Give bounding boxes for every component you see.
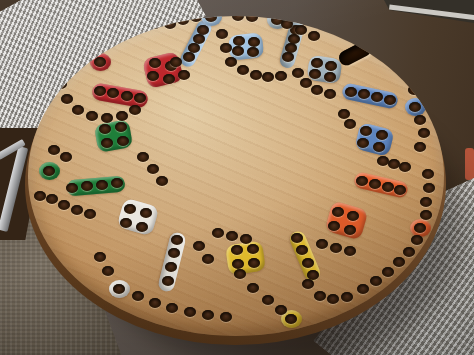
track-hole	[147, 164, 159, 174]
track-hole	[237, 65, 249, 75]
white-base-hole	[136, 222, 148, 232]
track-hole	[72, 105, 84, 115]
track-hole	[94, 252, 106, 262]
red-home-hole	[134, 93, 146, 103]
track-hole	[246, 16, 258, 22]
orange-base-hole	[344, 225, 356, 235]
track-hole	[48, 145, 60, 155]
yellow-home-hole	[296, 245, 308, 255]
track-hole	[281, 19, 293, 29]
green-home-hole	[66, 183, 78, 193]
blue-home-hole	[345, 87, 357, 97]
yellow-base-square	[225, 241, 266, 276]
sky-base-hole	[233, 36, 245, 46]
orange-home-hole	[356, 176, 368, 186]
white-base-hole	[124, 204, 136, 214]
track-hole	[292, 68, 304, 78]
track-hole	[370, 276, 382, 286]
track-hole	[338, 109, 350, 119]
red-object-sliver	[465, 148, 474, 180]
track-hole	[418, 128, 430, 138]
track-hole	[102, 266, 114, 276]
sky-base-square	[228, 32, 264, 60]
track-hole	[314, 291, 326, 301]
track-hole	[129, 105, 141, 115]
track-hole	[327, 294, 339, 304]
slate-home-hole	[282, 52, 294, 62]
yellow-home-hole	[302, 258, 314, 268]
white-home-hole	[171, 235, 183, 245]
blue-start-hole	[409, 102, 421, 112]
white-base-hole	[140, 208, 152, 218]
white-start-hole	[113, 284, 125, 294]
track-hole	[262, 72, 274, 82]
white-base-hole	[120, 218, 132, 228]
green-base-hole	[101, 138, 113, 148]
track-hole	[300, 78, 312, 88]
track-hole	[420, 210, 432, 220]
yellow-base-hole	[247, 244, 259, 254]
track-hole	[396, 59, 408, 69]
slate-base-hole	[324, 72, 336, 82]
track-hole	[202, 310, 214, 320]
red-base-hole	[149, 58, 161, 68]
yellow-base-hole	[248, 258, 260, 268]
track-hole	[275, 305, 287, 315]
track-hole	[60, 152, 72, 162]
track-hole	[344, 119, 356, 129]
blue-base-hole	[360, 126, 372, 136]
track-hole	[414, 142, 426, 152]
track-hole	[387, 47, 399, 57]
track-hole	[403, 247, 415, 257]
track-hole	[225, 57, 237, 67]
track-hole	[116, 111, 128, 121]
track-hole	[84, 209, 96, 219]
track-hole	[178, 70, 190, 80]
orange-home-hole	[394, 185, 406, 195]
sky-base-hole	[248, 37, 260, 47]
track-hole	[220, 312, 232, 322]
red-home-hole	[94, 86, 106, 96]
blue-base-hole	[373, 142, 385, 152]
green-base-hole	[115, 122, 127, 132]
track-hole	[316, 239, 328, 249]
orange-base-hole	[332, 207, 344, 217]
blue-base-hole	[357, 138, 369, 148]
track-hole	[101, 113, 113, 123]
track-hole	[308, 31, 320, 41]
track-hole	[34, 191, 46, 201]
yellow-base-hole	[231, 245, 243, 255]
track-hole	[232, 16, 244, 21]
track-hole	[250, 70, 262, 80]
green-base-hole	[99, 124, 111, 134]
track-hole	[373, 39, 385, 49]
track-hole	[216, 29, 228, 39]
orange-home-hole	[382, 182, 394, 192]
orange-home-hole	[369, 179, 381, 189]
white-home-hole	[162, 276, 174, 286]
blue-home-hole	[371, 92, 383, 102]
track-hole	[403, 72, 415, 82]
red-home-hole	[121, 91, 133, 101]
track-hole	[234, 269, 246, 279]
track-hole	[170, 57, 182, 67]
orange-start-hole	[414, 223, 426, 233]
yellow-home-hole	[291, 233, 303, 243]
track-hole	[411, 235, 423, 245]
orange-base-hole	[347, 211, 359, 221]
track-hole	[61, 94, 73, 104]
track-hole	[393, 257, 405, 267]
track-hole	[324, 89, 336, 99]
track-hole	[341, 292, 353, 302]
track-hole	[408, 85, 420, 95]
track-hole	[86, 111, 98, 121]
red-base-hole	[147, 71, 159, 81]
track-hole	[132, 291, 144, 301]
green-home-hole	[81, 181, 93, 191]
red-home-hole	[107, 88, 119, 98]
track-hole	[302, 279, 314, 289]
track-hole	[156, 176, 168, 186]
track-hole	[58, 200, 70, 210]
track-hole	[330, 243, 342, 253]
blue-base-hole	[376, 130, 388, 140]
green-home-hole	[111, 178, 123, 188]
green-base-square	[93, 119, 132, 153]
track-hole	[220, 43, 232, 53]
slate-base-hole	[325, 61, 337, 71]
track-hole	[46, 194, 58, 204]
track-hole	[414, 115, 426, 125]
sky-base-hole	[232, 46, 244, 56]
track-hole	[149, 298, 161, 308]
sky-home-hole	[183, 52, 195, 62]
track-hole	[184, 307, 196, 317]
track-hole	[193, 241, 205, 251]
track-hole	[399, 162, 411, 172]
track-hole	[295, 25, 307, 35]
slate-base-hole	[309, 69, 321, 79]
track-hole	[137, 152, 149, 162]
blue-home-hole	[358, 89, 370, 99]
yellow-base-hole	[232, 259, 244, 269]
white-home-hole	[165, 262, 177, 272]
track-hole	[423, 183, 435, 193]
track-hole	[422, 169, 434, 179]
orange-base-hole	[328, 221, 340, 231]
track-hole	[166, 303, 178, 313]
track-hole	[71, 205, 83, 215]
track-hole	[247, 283, 259, 293]
slate-base-hole	[311, 58, 323, 68]
track-hole	[212, 228, 224, 238]
track-hole	[344, 246, 356, 256]
handle-slot	[336, 39, 373, 68]
red-base-hole	[163, 74, 175, 84]
track-hole	[202, 254, 214, 264]
blue-home-hole	[384, 95, 396, 105]
green-start-hole	[43, 166, 55, 176]
white-home-hole	[168, 248, 180, 258]
track-hole	[240, 234, 252, 244]
track-hole	[275, 71, 287, 81]
track-hole	[357, 284, 369, 294]
track-hole	[226, 231, 238, 241]
green-home-hole	[96, 180, 108, 190]
green-base-hole	[117, 136, 129, 146]
yellow-start-hole	[285, 314, 297, 324]
track-hole	[420, 197, 432, 207]
track-hole	[382, 267, 394, 277]
board-holes-layer	[28, 16, 444, 336]
sky-base-hole	[247, 47, 259, 57]
track-hole	[311, 85, 323, 95]
red-start-hole	[94, 57, 106, 67]
track-hole	[262, 295, 274, 305]
